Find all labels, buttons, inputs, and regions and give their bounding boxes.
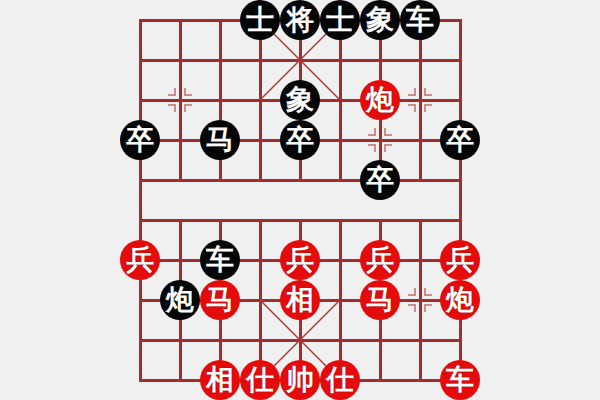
star-point-marker — [168, 88, 176, 96]
piece-black-chariot[interactable]: 车 — [200, 240, 240, 280]
piece-red-horse[interactable]: 马 — [200, 280, 240, 320]
star-point-marker — [408, 88, 416, 96]
palace-diagonals — [140, 20, 460, 380]
piece-black-elephant[interactable]: 象 — [280, 80, 320, 120]
xiangqi-board: 士将士象车象炮卒马卒卒卒兵车兵兵兵炮马相马炮相仕帅仕车 — [140, 20, 460, 380]
star-point-marker — [424, 104, 432, 112]
star-point-marker — [408, 288, 416, 296]
star-point-marker — [384, 128, 392, 136]
piece-red-chariot[interactable]: 车 — [440, 360, 480, 400]
piece-black-soldier[interactable]: 卒 — [120, 120, 160, 160]
piece-red-horse[interactable]: 马 — [360, 280, 400, 320]
piece-red-advisor[interactable]: 仕 — [320, 360, 360, 400]
piece-black-advisor[interactable]: 士 — [320, 0, 360, 40]
piece-black-chariot[interactable]: 车 — [400, 0, 440, 40]
star-point-marker — [424, 288, 432, 296]
piece-red-cannon[interactable]: 炮 — [440, 280, 480, 320]
xiangqi-diagram: 士将士象车象炮卒马卒卒卒兵车兵兵兵炮马相马炮相仕帅仕车 — [0, 0, 600, 400]
star-point-marker — [168, 104, 176, 112]
piece-black-cannon[interactable]: 炮 — [160, 280, 200, 320]
star-point-marker — [408, 304, 416, 312]
star-point-marker — [408, 104, 416, 112]
piece-black-soldier[interactable]: 卒 — [440, 120, 480, 160]
piece-red-elephant[interactable]: 相 — [200, 360, 240, 400]
piece-black-soldier[interactable]: 卒 — [280, 120, 320, 160]
star-point-marker — [184, 104, 192, 112]
piece-red-soldier[interactable]: 兵 — [280, 240, 320, 280]
star-point-marker — [424, 304, 432, 312]
piece-black-advisor[interactable]: 士 — [240, 0, 280, 40]
star-point-marker — [184, 88, 192, 96]
piece-black-king[interactable]: 将 — [280, 0, 320, 40]
piece-black-horse[interactable]: 马 — [200, 120, 240, 160]
piece-red-cannon[interactable]: 炮 — [360, 80, 400, 120]
piece-black-elephant[interactable]: 象 — [360, 0, 400, 40]
piece-red-elephant[interactable]: 相 — [280, 280, 320, 320]
star-point-marker — [368, 144, 376, 152]
piece-red-soldier[interactable]: 兵 — [360, 240, 400, 280]
star-point-marker — [368, 128, 376, 136]
piece-red-soldier[interactable]: 兵 — [120, 240, 160, 280]
piece-black-soldier[interactable]: 卒 — [360, 160, 400, 200]
piece-red-soldier[interactable]: 兵 — [440, 240, 480, 280]
piece-red-king[interactable]: 帅 — [280, 360, 320, 400]
piece-red-advisor[interactable]: 仕 — [240, 360, 280, 400]
star-point-marker — [384, 144, 392, 152]
star-point-marker — [424, 88, 432, 96]
